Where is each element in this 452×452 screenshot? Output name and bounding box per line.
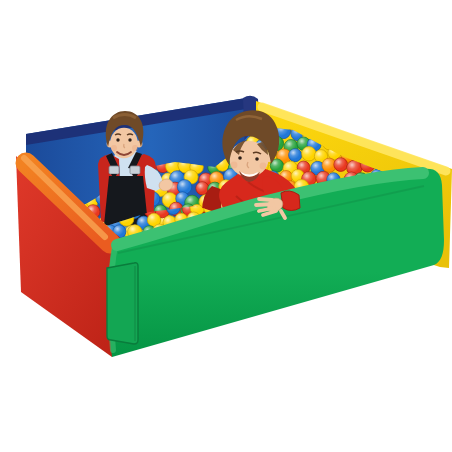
cheek-left <box>111 145 117 151</box>
sweater-cuff <box>281 191 300 211</box>
velcro-flap <box>107 263 138 344</box>
product-photo: Product photo on white background: squar… <box>0 0 452 452</box>
face <box>110 128 138 158</box>
eye-left <box>116 138 119 141</box>
eye-right <box>255 157 259 161</box>
cheek-right <box>132 145 138 151</box>
eye-right <box>128 138 131 141</box>
cheek-right <box>260 163 267 170</box>
eye-left <box>238 156 242 160</box>
cheek-left <box>231 162 238 169</box>
ball-pool-photo <box>0 0 452 452</box>
